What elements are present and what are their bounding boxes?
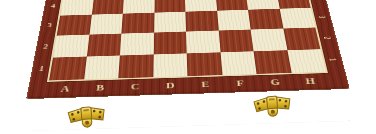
square-a4 bbox=[60, 0, 94, 15]
square-d1 bbox=[153, 53, 188, 77]
file-label-d: D bbox=[166, 81, 175, 90]
square-e3 bbox=[185, 10, 218, 31]
rank-label-left-1: 1 bbox=[39, 66, 45, 73]
square-c4 bbox=[123, 0, 155, 13]
file-label-h: H bbox=[305, 77, 316, 86]
square-a3 bbox=[57, 14, 92, 35]
rank-label-right-2: 2 bbox=[322, 36, 332, 39]
chess-box-photo: 43214321ABCDEFGH bbox=[0, 0, 376, 134]
square-h1 bbox=[287, 49, 326, 73]
file-label-f: F bbox=[236, 79, 244, 87]
square-g3 bbox=[248, 8, 283, 29]
square-b4 bbox=[91, 0, 124, 14]
square-g2 bbox=[251, 29, 287, 51]
chess-box: 43214321ABCDEFGH bbox=[0, 0, 376, 134]
brass-latch-right-icon bbox=[252, 94, 294, 119]
square-f3 bbox=[217, 9, 251, 30]
square-e1 bbox=[187, 52, 222, 76]
square-a2 bbox=[53, 35, 89, 58]
rank-label-left-2: 2 bbox=[43, 43, 49, 49]
file-label-c: C bbox=[131, 82, 140, 91]
square-d2 bbox=[153, 32, 186, 55]
file-label-g: G bbox=[270, 78, 281, 87]
square-b2 bbox=[86, 34, 121, 57]
chess-board-grid bbox=[49, 0, 326, 80]
rank-label-left-3: 3 bbox=[47, 23, 53, 29]
square-f2 bbox=[218, 30, 253, 52]
file-label-b: B bbox=[96, 83, 105, 92]
square-a1 bbox=[49, 56, 86, 80]
square-e2 bbox=[186, 31, 220, 54]
file-label-a: A bbox=[60, 85, 70, 94]
square-h3 bbox=[279, 7, 315, 28]
file-label-e: E bbox=[201, 80, 209, 89]
chess-board-top-face: 43214321ABCDEFGH bbox=[26, 0, 350, 99]
square-f1 bbox=[220, 51, 256, 75]
square-c3 bbox=[121, 12, 154, 33]
square-g1 bbox=[253, 50, 291, 74]
brass-latch-left-icon bbox=[66, 105, 108, 130]
square-d3 bbox=[154, 11, 186, 32]
square-c1 bbox=[118, 54, 153, 78]
square-c2 bbox=[120, 33, 154, 56]
square-b3 bbox=[89, 13, 123, 34]
square-b1 bbox=[84, 55, 120, 79]
rank-label-right-3: 3 bbox=[317, 15, 327, 18]
rank-label-right-1: 1 bbox=[327, 58, 337, 62]
rank-label-left-4: 4 bbox=[50, 3, 55, 9]
square-h2 bbox=[283, 28, 320, 50]
